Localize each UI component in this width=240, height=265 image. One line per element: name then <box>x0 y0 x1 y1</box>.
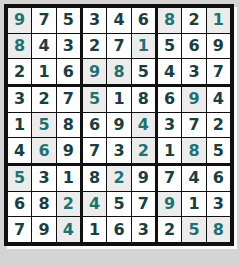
sudoku-board: 9758432163462719858215694373271584695186… <box>4 4 234 246</box>
cell-r3c1[interactable]: 2 <box>8 59 31 84</box>
cell-r1c6[interactable]: 6 <box>132 8 155 33</box>
cell-r2c6-given[interactable]: 1 <box>132 34 155 59</box>
cell-r6c6-given[interactable]: 2 <box>132 138 155 163</box>
cell-r9c9-given[interactable]: 8 <box>207 217 230 242</box>
cell-r9c2[interactable]: 9 <box>32 217 55 242</box>
cell-r1c1-given[interactable]: 9 <box>8 8 31 33</box>
cell-r4c2[interactable]: 2 <box>32 87 55 112</box>
cell-r9c4[interactable]: 1 <box>83 217 106 242</box>
box-0-1: 346271985 <box>83 8 155 84</box>
cell-r4c1[interactable]: 3 <box>8 87 31 112</box>
cell-r9c8-given[interactable]: 5 <box>182 217 205 242</box>
cell-r5c1[interactable]: 1 <box>8 113 31 138</box>
cell-r8c7-given[interactable]: 9 <box>158 192 181 217</box>
cell-r3c8[interactable]: 3 <box>182 59 205 84</box>
cell-r6c9[interactable]: 5 <box>207 138 230 163</box>
cell-r7c8[interactable]: 4 <box>182 166 205 191</box>
cell-r1c9-given[interactable]: 1 <box>207 8 230 33</box>
cell-r6c2-given[interactable]: 6 <box>32 138 55 163</box>
cell-r4c7[interactable]: 6 <box>158 87 181 112</box>
cell-r4c6[interactable]: 8 <box>132 87 155 112</box>
cell-r6c7[interactable]: 1 <box>158 138 181 163</box>
cell-r2c8[interactable]: 6 <box>182 34 205 59</box>
cell-r4c5[interactable]: 1 <box>107 87 130 112</box>
cell-r3c3[interactable]: 6 <box>57 59 80 84</box>
cell-r9c6[interactable]: 3 <box>132 217 155 242</box>
cell-r6c8-given[interactable]: 8 <box>182 138 205 163</box>
cell-r1c8[interactable]: 2 <box>182 8 205 33</box>
box-2-0: 531682794 <box>8 166 80 242</box>
cell-r1c3[interactable]: 5 <box>57 8 80 33</box>
cell-r8c3-given[interactable]: 2 <box>57 192 80 217</box>
box-1-1: 518694732 <box>83 87 155 163</box>
cell-r5c9[interactable]: 2 <box>207 113 230 138</box>
cell-r8c5[interactable]: 5 <box>107 192 130 217</box>
box-1-2: 694372185 <box>158 87 230 163</box>
cell-r5c6-given[interactable]: 4 <box>132 113 155 138</box>
cell-r2c9[interactable]: 9 <box>207 34 230 59</box>
box-2-2: 746913258 <box>158 166 230 242</box>
cell-r8c6[interactable]: 7 <box>132 192 155 217</box>
box-2-1: 829457163 <box>83 166 155 242</box>
cell-r8c1[interactable]: 6 <box>8 192 31 217</box>
cell-r9c3-given[interactable]: 4 <box>57 217 80 242</box>
cell-r1c7-given[interactable]: 8 <box>158 8 181 33</box>
cell-r2c2[interactable]: 4 <box>32 34 55 59</box>
cell-r3c7[interactable]: 4 <box>158 59 181 84</box>
cell-r1c2[interactable]: 7 <box>32 8 55 33</box>
cell-r3c2[interactable]: 1 <box>32 59 55 84</box>
box-0-0: 975843216 <box>8 8 80 84</box>
cell-r2c1-given[interactable]: 8 <box>8 34 31 59</box>
cell-r7c5-given[interactable]: 2 <box>107 166 130 191</box>
cell-r4c9[interactable]: 4 <box>207 87 230 112</box>
cell-r8c9[interactable]: 3 <box>207 192 230 217</box>
cell-r5c4[interactable]: 6 <box>83 113 106 138</box>
cell-r1c5[interactable]: 4 <box>107 8 130 33</box>
cell-r8c4-given[interactable]: 4 <box>83 192 106 217</box>
cell-r7c7[interactable]: 7 <box>158 166 181 191</box>
cell-r7c1-given[interactable]: 5 <box>8 166 31 191</box>
cell-r5c8[interactable]: 7 <box>182 113 205 138</box>
cell-r3c5-given[interactable]: 8 <box>107 59 130 84</box>
cell-r8c8[interactable]: 1 <box>182 192 205 217</box>
cell-r3c4-given[interactable]: 9 <box>83 59 106 84</box>
cell-r2c3[interactable]: 3 <box>57 34 80 59</box>
cell-r7c2[interactable]: 3 <box>32 166 55 191</box>
cell-r5c7[interactable]: 3 <box>158 113 181 138</box>
cell-r9c1[interactable]: 7 <box>8 217 31 242</box>
cell-r4c4-given[interactable]: 5 <box>83 87 106 112</box>
cell-r5c2-given[interactable]: 5 <box>32 113 55 138</box>
cell-r2c5[interactable]: 7 <box>107 34 130 59</box>
cell-r6c4[interactable]: 7 <box>83 138 106 163</box>
cell-r6c3[interactable]: 9 <box>57 138 80 163</box>
cell-r2c7[interactable]: 5 <box>158 34 181 59</box>
cell-r6c1[interactable]: 4 <box>8 138 31 163</box>
cell-r8c2[interactable]: 8 <box>32 192 55 217</box>
cell-r7c3[interactable]: 1 <box>57 166 80 191</box>
cell-r6c5[interactable]: 3 <box>107 138 130 163</box>
sudoku-frame: 9758432163462719858215694373271584695186… <box>4 4 234 246</box>
cell-r4c3[interactable]: 7 <box>57 87 80 112</box>
cell-r3c6[interactable]: 5 <box>132 59 155 84</box>
cell-r9c7[interactable]: 2 <box>158 217 181 242</box>
cell-r7c9[interactable]: 6 <box>207 166 230 191</box>
cell-r5c3[interactable]: 8 <box>57 113 80 138</box>
cell-r7c4[interactable]: 8 <box>83 166 106 191</box>
cell-r3c9[interactable]: 7 <box>207 59 230 84</box>
cell-r5c5[interactable]: 9 <box>107 113 130 138</box>
cell-r2c4[interactable]: 2 <box>83 34 106 59</box>
box-1-0: 327158469 <box>8 87 80 163</box>
cell-r7c6[interactable]: 9 <box>132 166 155 191</box>
box-0-2: 821569437 <box>158 8 230 84</box>
cell-r4c8-given[interactable]: 9 <box>182 87 205 112</box>
cell-r9c5[interactable]: 6 <box>107 217 130 242</box>
cell-r1c4[interactable]: 3 <box>83 8 106 33</box>
